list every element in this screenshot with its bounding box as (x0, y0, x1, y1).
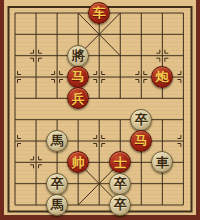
piece-red-cannon[interactable]: 炮 (151, 66, 173, 88)
piece-black-horse-1[interactable]: 馬 (46, 130, 68, 152)
piece-red-general[interactable]: 帅 (67, 151, 89, 173)
piece-red-chariot[interactable]: 车 (88, 2, 110, 24)
piece-red-horse-1[interactable]: 马 (67, 66, 89, 88)
piece-black-soldier-1[interactable]: 卒 (130, 109, 152, 131)
piece-black-horse-2[interactable]: 馬 (46, 194, 68, 216)
piece-black-chariot[interactable]: 車 (151, 151, 173, 173)
xiangqi-app: 车將马炮兵卒馬马帅士車卒卒馬卒 (0, 0, 200, 220)
piece-black-general[interactable]: 將 (67, 45, 89, 67)
piece-red-horse-2[interactable]: 马 (130, 130, 152, 152)
piece-black-soldier-3[interactable]: 卒 (109, 173, 131, 195)
piece-layer[interactable]: 车將马炮兵卒馬马帅士車卒卒馬卒 (5, 2, 194, 215)
piece-black-soldier-2[interactable]: 卒 (46, 173, 68, 195)
piece-red-advisor[interactable]: 士 (109, 151, 131, 173)
piece-red-soldier[interactable]: 兵 (67, 87, 89, 109)
piece-black-soldier-4[interactable]: 卒 (109, 194, 131, 216)
